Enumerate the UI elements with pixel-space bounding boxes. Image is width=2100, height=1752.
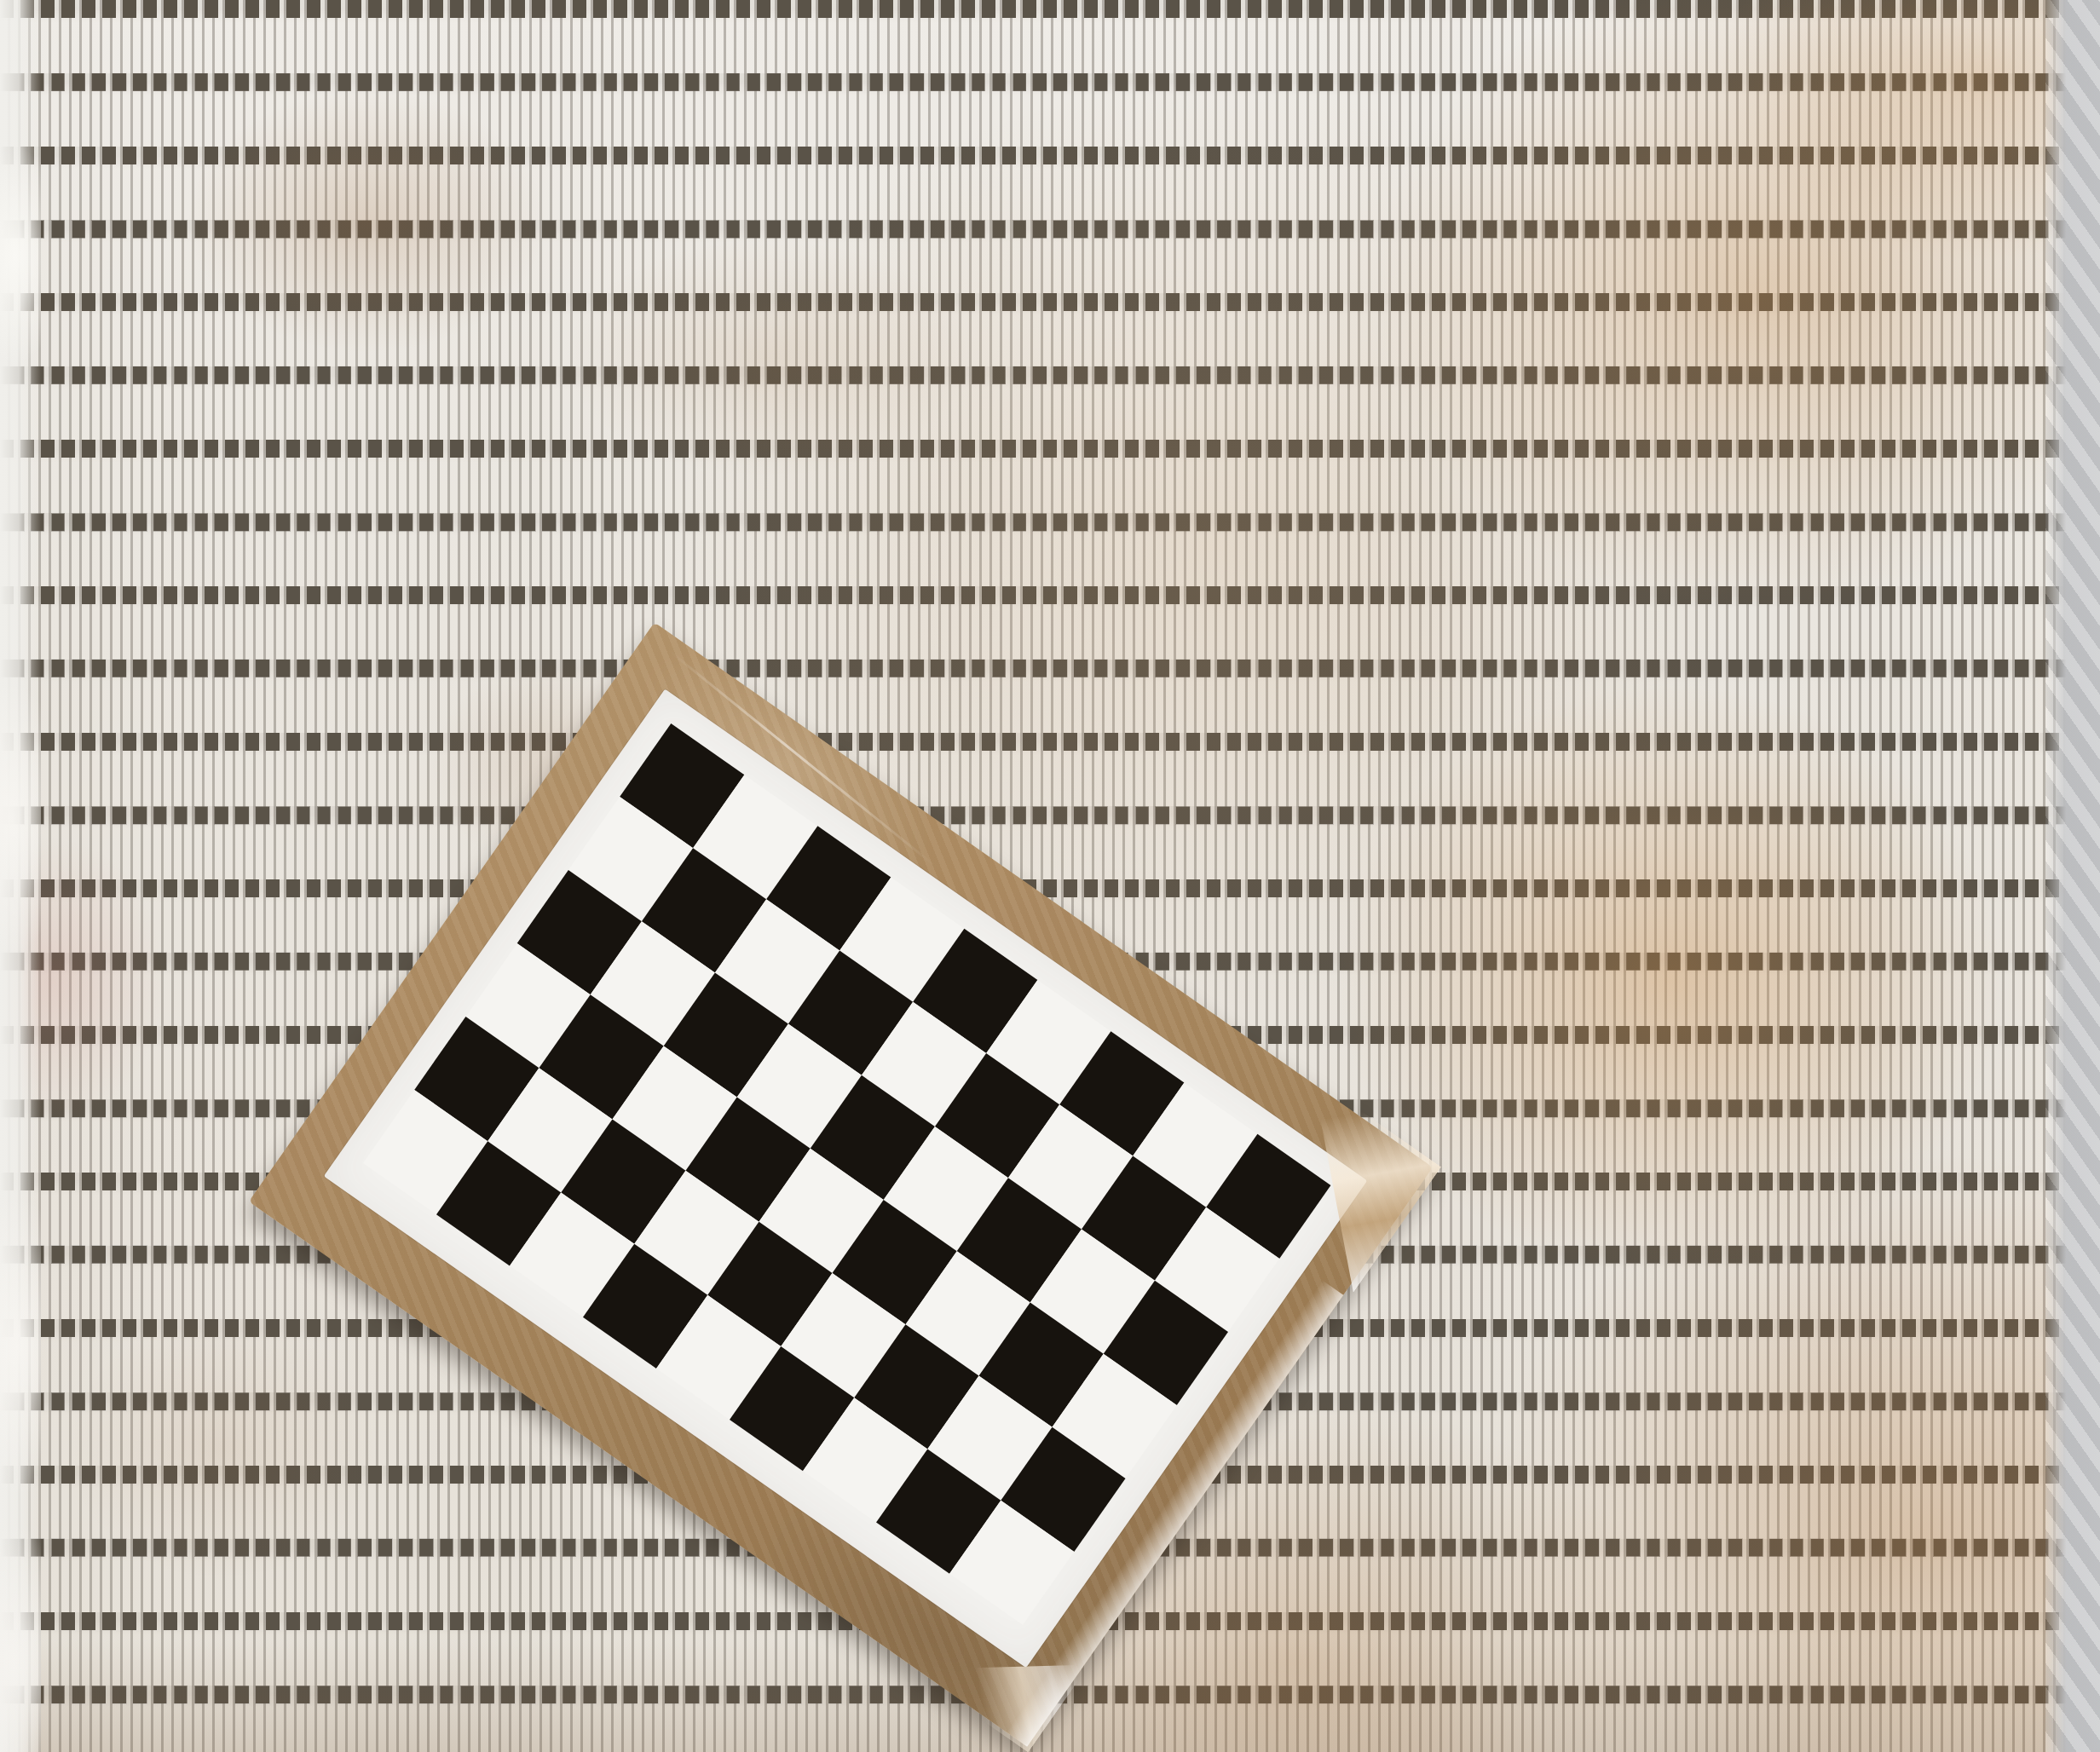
belt-left-edge xyxy=(0,0,41,1752)
belt-right-edge xyxy=(2045,0,2100,1752)
photo-scene xyxy=(0,0,2100,1752)
